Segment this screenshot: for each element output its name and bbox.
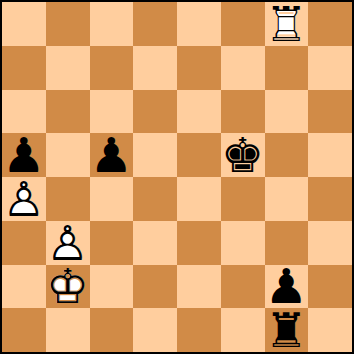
- square-d2[interactable]: [133, 265, 177, 309]
- white-pawn-outline-glyph: ♙: [2, 177, 46, 221]
- square-g8[interactable]: ♜♖: [265, 2, 309, 46]
- piece-black-pawn[interactable]: ♟: [90, 133, 134, 177]
- piece-white-king[interactable]: ♚♔: [46, 265, 90, 309]
- square-b7[interactable]: [46, 46, 90, 90]
- square-h4[interactable]: [308, 177, 352, 221]
- square-a1[interactable]: [2, 308, 46, 352]
- square-a4[interactable]: ♟♙: [2, 177, 46, 221]
- white-rook-outline-glyph: ♖: [265, 2, 309, 46]
- square-g5[interactable]: [265, 133, 309, 177]
- square-c5[interactable]: ♟: [90, 133, 134, 177]
- black-king-fill-glyph: ♚: [221, 133, 265, 177]
- square-f4[interactable]: [221, 177, 265, 221]
- square-a3[interactable]: [2, 221, 46, 265]
- square-d3[interactable]: [133, 221, 177, 265]
- square-g1[interactable]: ♜: [265, 308, 309, 352]
- square-e1[interactable]: [177, 308, 221, 352]
- square-e6[interactable]: [177, 90, 221, 134]
- square-d6[interactable]: [133, 90, 177, 134]
- square-f7[interactable]: [221, 46, 265, 90]
- square-h2[interactable]: [308, 265, 352, 309]
- square-f1[interactable]: [221, 308, 265, 352]
- square-e4[interactable]: [177, 177, 221, 221]
- piece-white-pawn[interactable]: ♟♙: [2, 177, 46, 221]
- square-b6[interactable]: [46, 90, 90, 134]
- square-f3[interactable]: [221, 221, 265, 265]
- square-d4[interactable]: [133, 177, 177, 221]
- square-c1[interactable]: [90, 308, 134, 352]
- square-h8[interactable]: [308, 2, 352, 46]
- square-g6[interactable]: [265, 90, 309, 134]
- square-g7[interactable]: [265, 46, 309, 90]
- square-f5[interactable]: ♚: [221, 133, 265, 177]
- square-e8[interactable]: [177, 2, 221, 46]
- square-e2[interactable]: [177, 265, 221, 309]
- square-c8[interactable]: [90, 2, 134, 46]
- square-d1[interactable]: [133, 308, 177, 352]
- square-e7[interactable]: [177, 46, 221, 90]
- black-rook-fill-glyph: ♜: [265, 308, 309, 352]
- square-e3[interactable]: [177, 221, 221, 265]
- square-b8[interactable]: [46, 2, 90, 46]
- square-h5[interactable]: [308, 133, 352, 177]
- square-d5[interactable]: [133, 133, 177, 177]
- square-c3[interactable]: [90, 221, 134, 265]
- square-c2[interactable]: [90, 265, 134, 309]
- square-d7[interactable]: [133, 46, 177, 90]
- piece-black-rook[interactable]: ♜: [265, 308, 309, 352]
- square-b5[interactable]: [46, 133, 90, 177]
- square-h6[interactable]: [308, 90, 352, 134]
- square-f2[interactable]: [221, 265, 265, 309]
- square-h1[interactable]: [308, 308, 352, 352]
- square-b2[interactable]: ♚♔: [46, 265, 90, 309]
- piece-white-rook[interactable]: ♜♖: [265, 2, 309, 46]
- square-a8[interactable]: [2, 2, 46, 46]
- chess-board: ♜♖♟♟♚♟♙♟♙♚♔♟♜: [0, 0, 354, 354]
- square-f8[interactable]: [221, 2, 265, 46]
- white-king-outline-glyph: ♔: [46, 265, 90, 309]
- square-h7[interactable]: [308, 46, 352, 90]
- square-g4[interactable]: [265, 177, 309, 221]
- square-b1[interactable]: [46, 308, 90, 352]
- square-a7[interactable]: [2, 46, 46, 90]
- square-h3[interactable]: [308, 221, 352, 265]
- square-a2[interactable]: [2, 265, 46, 309]
- square-d8[interactable]: [133, 2, 177, 46]
- black-pawn-fill-glyph: ♟: [90, 133, 134, 177]
- square-e5[interactable]: [177, 133, 221, 177]
- square-c7[interactable]: [90, 46, 134, 90]
- piece-black-king[interactable]: ♚: [221, 133, 265, 177]
- square-c4[interactable]: [90, 177, 134, 221]
